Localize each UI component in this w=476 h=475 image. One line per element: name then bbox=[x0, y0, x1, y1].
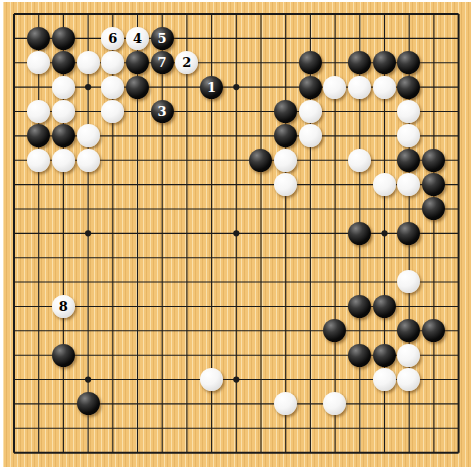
intersection[interactable] bbox=[421, 318, 446, 342]
intersection[interactable] bbox=[446, 148, 471, 172]
intersection[interactable] bbox=[150, 318, 175, 342]
intersection[interactable] bbox=[2, 99, 27, 123]
intersection[interactable] bbox=[51, 197, 76, 221]
intersection[interactable] bbox=[150, 148, 175, 172]
intersection[interactable] bbox=[26, 294, 51, 318]
intersection[interactable] bbox=[397, 294, 422, 318]
intersection[interactable] bbox=[273, 26, 298, 50]
intersection[interactable] bbox=[323, 197, 348, 221]
intersection[interactable] bbox=[273, 2, 298, 26]
intersection[interactable] bbox=[51, 2, 76, 26]
intersection[interactable] bbox=[323, 343, 348, 367]
intersection[interactable] bbox=[446, 318, 471, 342]
intersection[interactable] bbox=[323, 172, 348, 196]
intersection[interactable] bbox=[421, 294, 446, 318]
intersection[interactable] bbox=[372, 172, 397, 196]
intersection[interactable] bbox=[421, 197, 446, 221]
intersection[interactable] bbox=[125, 172, 150, 196]
intersection[interactable] bbox=[199, 172, 224, 196]
intersection[interactable] bbox=[421, 343, 446, 367]
intersection[interactable] bbox=[397, 124, 422, 148]
intersection[interactable] bbox=[249, 221, 274, 245]
intersection[interactable] bbox=[2, 343, 27, 367]
intersection[interactable] bbox=[273, 172, 298, 196]
intersection[interactable] bbox=[372, 221, 397, 245]
intersection[interactable] bbox=[273, 270, 298, 294]
intersection[interactable] bbox=[150, 270, 175, 294]
intersection[interactable] bbox=[298, 75, 323, 99]
intersection[interactable] bbox=[347, 294, 372, 318]
intersection[interactable] bbox=[372, 270, 397, 294]
intersection[interactable] bbox=[76, 270, 101, 294]
intersection[interactable] bbox=[372, 343, 397, 367]
intersection[interactable] bbox=[26, 245, 51, 269]
intersection[interactable] bbox=[273, 392, 298, 416]
intersection[interactable] bbox=[125, 440, 150, 464]
intersection[interactable] bbox=[125, 99, 150, 123]
intersection[interactable] bbox=[323, 26, 348, 50]
intersection[interactable] bbox=[224, 124, 249, 148]
intersection[interactable] bbox=[347, 221, 372, 245]
intersection[interactable] bbox=[125, 124, 150, 148]
intersection[interactable] bbox=[421, 245, 446, 269]
intersection[interactable] bbox=[298, 245, 323, 269]
intersection[interactable] bbox=[249, 148, 274, 172]
intersection[interactable] bbox=[249, 318, 274, 342]
intersection[interactable] bbox=[421, 75, 446, 99]
intersection[interactable] bbox=[446, 416, 471, 440]
intersection[interactable] bbox=[174, 367, 199, 391]
intersection[interactable] bbox=[51, 124, 76, 148]
intersection[interactable] bbox=[397, 26, 422, 50]
intersection[interactable] bbox=[150, 221, 175, 245]
intersection[interactable] bbox=[397, 99, 422, 123]
intersection[interactable] bbox=[273, 343, 298, 367]
intersection[interactable] bbox=[76, 221, 101, 245]
intersection[interactable] bbox=[51, 148, 76, 172]
intersection[interactable] bbox=[2, 392, 27, 416]
intersection[interactable] bbox=[372, 2, 397, 26]
intersection[interactable] bbox=[174, 124, 199, 148]
intersection[interactable] bbox=[100, 99, 125, 123]
intersection[interactable] bbox=[347, 343, 372, 367]
intersection[interactable] bbox=[76, 197, 101, 221]
intersection[interactable] bbox=[26, 197, 51, 221]
intersection[interactable] bbox=[347, 51, 372, 75]
intersection[interactable]: 8 bbox=[51, 294, 76, 318]
intersection[interactable] bbox=[323, 148, 348, 172]
intersection[interactable] bbox=[372, 440, 397, 464]
intersection[interactable] bbox=[249, 270, 274, 294]
intersection[interactable] bbox=[199, 26, 224, 50]
intersection[interactable] bbox=[51, 343, 76, 367]
intersection[interactable] bbox=[150, 416, 175, 440]
intersection[interactable] bbox=[199, 51, 224, 75]
intersection[interactable] bbox=[347, 148, 372, 172]
intersection[interactable] bbox=[100, 221, 125, 245]
intersection[interactable] bbox=[224, 318, 249, 342]
intersection[interactable] bbox=[298, 440, 323, 464]
intersection[interactable] bbox=[199, 221, 224, 245]
intersection[interactable] bbox=[76, 416, 101, 440]
intersection[interactable] bbox=[446, 172, 471, 196]
intersection[interactable] bbox=[2, 318, 27, 342]
intersection[interactable] bbox=[51, 245, 76, 269]
intersection[interactable] bbox=[76, 318, 101, 342]
intersection[interactable] bbox=[150, 392, 175, 416]
intersection[interactable] bbox=[224, 367, 249, 391]
intersection[interactable] bbox=[199, 148, 224, 172]
intersection[interactable] bbox=[2, 75, 27, 99]
intersection[interactable] bbox=[421, 124, 446, 148]
intersection[interactable] bbox=[150, 124, 175, 148]
intersection[interactable] bbox=[100, 392, 125, 416]
intersection[interactable] bbox=[199, 99, 224, 123]
intersection[interactable] bbox=[76, 148, 101, 172]
intersection[interactable] bbox=[125, 245, 150, 269]
intersection[interactable] bbox=[421, 367, 446, 391]
intersection[interactable] bbox=[249, 294, 274, 318]
intersection[interactable] bbox=[76, 124, 101, 148]
intersection[interactable] bbox=[26, 148, 51, 172]
intersection[interactable] bbox=[249, 416, 274, 440]
intersection[interactable] bbox=[273, 294, 298, 318]
intersection[interactable] bbox=[150, 2, 175, 26]
intersection[interactable] bbox=[397, 392, 422, 416]
intersection[interactable] bbox=[446, 367, 471, 391]
intersection[interactable] bbox=[224, 172, 249, 196]
intersection[interactable] bbox=[2, 148, 27, 172]
intersection[interactable] bbox=[2, 367, 27, 391]
intersection[interactable] bbox=[100, 148, 125, 172]
intersection[interactable] bbox=[224, 99, 249, 123]
intersection[interactable] bbox=[100, 245, 125, 269]
intersection[interactable] bbox=[51, 416, 76, 440]
intersection[interactable] bbox=[397, 343, 422, 367]
intersection[interactable] bbox=[26, 440, 51, 464]
intersection[interactable] bbox=[347, 367, 372, 391]
intersection[interactable] bbox=[323, 51, 348, 75]
intersection[interactable] bbox=[26, 26, 51, 50]
intersection[interactable] bbox=[273, 99, 298, 123]
intersection[interactable] bbox=[323, 440, 348, 464]
intersection[interactable] bbox=[397, 2, 422, 26]
intersection[interactable] bbox=[298, 221, 323, 245]
intersection[interactable] bbox=[298, 99, 323, 123]
intersection[interactable] bbox=[2, 270, 27, 294]
intersection[interactable] bbox=[273, 416, 298, 440]
intersection[interactable] bbox=[174, 343, 199, 367]
intersection[interactable] bbox=[249, 2, 274, 26]
intersection[interactable] bbox=[125, 2, 150, 26]
intersection[interactable] bbox=[397, 197, 422, 221]
intersection[interactable] bbox=[323, 221, 348, 245]
intersection[interactable] bbox=[446, 270, 471, 294]
intersection[interactable] bbox=[224, 2, 249, 26]
intersection[interactable] bbox=[347, 26, 372, 50]
intersection[interactable] bbox=[421, 2, 446, 26]
intersection[interactable] bbox=[26, 75, 51, 99]
intersection[interactable] bbox=[249, 51, 274, 75]
intersection[interactable] bbox=[323, 245, 348, 269]
intersection[interactable] bbox=[224, 245, 249, 269]
intersection[interactable] bbox=[298, 294, 323, 318]
intersection[interactable] bbox=[174, 2, 199, 26]
intersection[interactable] bbox=[347, 197, 372, 221]
intersection[interactable] bbox=[224, 51, 249, 75]
intersection[interactable] bbox=[323, 2, 348, 26]
intersection[interactable] bbox=[224, 148, 249, 172]
intersection[interactable] bbox=[372, 51, 397, 75]
intersection[interactable] bbox=[298, 172, 323, 196]
intersection[interactable] bbox=[150, 294, 175, 318]
intersection[interactable] bbox=[298, 416, 323, 440]
intersection[interactable] bbox=[249, 75, 274, 99]
intersection[interactable] bbox=[199, 440, 224, 464]
intersection[interactable] bbox=[26, 318, 51, 342]
intersection[interactable] bbox=[421, 392, 446, 416]
intersection[interactable] bbox=[347, 270, 372, 294]
intersection[interactable] bbox=[372, 26, 397, 50]
intersection[interactable] bbox=[26, 416, 51, 440]
intersection[interactable] bbox=[2, 197, 27, 221]
intersection[interactable] bbox=[397, 318, 422, 342]
intersection[interactable] bbox=[174, 197, 199, 221]
intersection[interactable] bbox=[199, 318, 224, 342]
intersection[interactable] bbox=[2, 172, 27, 196]
intersection[interactable] bbox=[446, 294, 471, 318]
intersection[interactable] bbox=[150, 440, 175, 464]
intersection[interactable] bbox=[298, 2, 323, 26]
intersection[interactable] bbox=[174, 440, 199, 464]
intersection[interactable] bbox=[125, 148, 150, 172]
intersection[interactable] bbox=[125, 416, 150, 440]
intersection[interactable] bbox=[100, 124, 125, 148]
intersection[interactable] bbox=[100, 416, 125, 440]
intersection[interactable] bbox=[26, 343, 51, 367]
intersection[interactable] bbox=[397, 221, 422, 245]
intersection[interactable] bbox=[76, 440, 101, 464]
intersection[interactable] bbox=[199, 197, 224, 221]
intersection[interactable] bbox=[76, 26, 101, 50]
intersection[interactable] bbox=[125, 318, 150, 342]
intersection[interactable] bbox=[273, 367, 298, 391]
intersection[interactable] bbox=[51, 318, 76, 342]
intersection[interactable] bbox=[298, 197, 323, 221]
intersection[interactable] bbox=[224, 416, 249, 440]
intersection[interactable] bbox=[347, 172, 372, 196]
intersection[interactable] bbox=[26, 270, 51, 294]
intersection[interactable] bbox=[100, 172, 125, 196]
intersection[interactable] bbox=[51, 270, 76, 294]
intersection[interactable] bbox=[298, 343, 323, 367]
intersection[interactable] bbox=[100, 2, 125, 26]
intersection[interactable]: 3 bbox=[150, 99, 175, 123]
intersection[interactable] bbox=[76, 294, 101, 318]
intersection[interactable] bbox=[174, 26, 199, 50]
intersection[interactable] bbox=[323, 99, 348, 123]
intersection[interactable] bbox=[2, 221, 27, 245]
intersection[interactable] bbox=[372, 392, 397, 416]
intersection[interactable] bbox=[51, 75, 76, 99]
intersection[interactable] bbox=[199, 245, 224, 269]
intersection[interactable] bbox=[76, 367, 101, 391]
intersection[interactable] bbox=[249, 172, 274, 196]
intersection[interactable] bbox=[150, 367, 175, 391]
intersection[interactable] bbox=[421, 26, 446, 50]
intersection[interactable] bbox=[76, 2, 101, 26]
intersection[interactable] bbox=[174, 221, 199, 245]
intersection[interactable] bbox=[249, 440, 274, 464]
intersection[interactable] bbox=[347, 2, 372, 26]
intersection[interactable] bbox=[249, 197, 274, 221]
intersection[interactable] bbox=[347, 392, 372, 416]
intersection[interactable] bbox=[347, 440, 372, 464]
intersection[interactable] bbox=[51, 440, 76, 464]
intersection[interactable] bbox=[26, 221, 51, 245]
intersection[interactable] bbox=[446, 392, 471, 416]
intersection[interactable] bbox=[446, 245, 471, 269]
intersection[interactable] bbox=[224, 26, 249, 50]
intersection[interactable] bbox=[323, 318, 348, 342]
intersection[interactable] bbox=[421, 148, 446, 172]
intersection[interactable] bbox=[199, 2, 224, 26]
intersection[interactable]: 7 bbox=[150, 51, 175, 75]
intersection[interactable] bbox=[100, 440, 125, 464]
intersection[interactable] bbox=[2, 26, 27, 50]
intersection[interactable] bbox=[51, 392, 76, 416]
intersection[interactable] bbox=[100, 75, 125, 99]
intersection[interactable] bbox=[323, 392, 348, 416]
intersection[interactable] bbox=[150, 75, 175, 99]
intersection[interactable] bbox=[323, 75, 348, 99]
intersection[interactable] bbox=[421, 440, 446, 464]
intersection[interactable] bbox=[224, 392, 249, 416]
intersection[interactable] bbox=[446, 51, 471, 75]
intersection[interactable] bbox=[397, 416, 422, 440]
intersection[interactable] bbox=[76, 172, 101, 196]
intersection[interactable] bbox=[174, 75, 199, 99]
intersection[interactable] bbox=[2, 245, 27, 269]
intersection[interactable] bbox=[174, 294, 199, 318]
intersection[interactable] bbox=[125, 270, 150, 294]
intersection[interactable] bbox=[51, 26, 76, 50]
intersection[interactable] bbox=[2, 51, 27, 75]
intersection[interactable] bbox=[397, 172, 422, 196]
intersection[interactable] bbox=[249, 26, 274, 50]
intersection[interactable] bbox=[125, 75, 150, 99]
intersection[interactable] bbox=[51, 51, 76, 75]
intersection[interactable] bbox=[273, 75, 298, 99]
intersection[interactable] bbox=[125, 51, 150, 75]
intersection[interactable] bbox=[174, 392, 199, 416]
intersection[interactable] bbox=[150, 197, 175, 221]
intersection[interactable] bbox=[26, 99, 51, 123]
intersection[interactable] bbox=[125, 197, 150, 221]
intersection[interactable] bbox=[26, 51, 51, 75]
intersection[interactable] bbox=[249, 392, 274, 416]
intersection[interactable] bbox=[174, 318, 199, 342]
intersection[interactable] bbox=[446, 221, 471, 245]
intersection[interactable] bbox=[273, 318, 298, 342]
intersection[interactable] bbox=[100, 270, 125, 294]
intersection[interactable] bbox=[273, 440, 298, 464]
intersection[interactable] bbox=[446, 26, 471, 50]
intersection[interactable] bbox=[298, 367, 323, 391]
intersection[interactable] bbox=[174, 270, 199, 294]
intersection[interactable] bbox=[76, 392, 101, 416]
intersection[interactable] bbox=[150, 343, 175, 367]
intersection[interactable] bbox=[100, 367, 125, 391]
intersection[interactable] bbox=[2, 294, 27, 318]
intersection[interactable] bbox=[298, 148, 323, 172]
intersection[interactable] bbox=[224, 197, 249, 221]
intersection[interactable] bbox=[347, 245, 372, 269]
intersection[interactable] bbox=[224, 75, 249, 99]
intersection[interactable] bbox=[397, 270, 422, 294]
intersection[interactable] bbox=[298, 26, 323, 50]
intersection[interactable] bbox=[347, 318, 372, 342]
intersection[interactable] bbox=[273, 245, 298, 269]
intersection[interactable] bbox=[51, 221, 76, 245]
intersection[interactable] bbox=[372, 148, 397, 172]
intersection[interactable] bbox=[199, 367, 224, 391]
intersection[interactable] bbox=[372, 294, 397, 318]
intersection[interactable] bbox=[150, 245, 175, 269]
intersection[interactable] bbox=[347, 416, 372, 440]
intersection[interactable] bbox=[100, 318, 125, 342]
intersection[interactable] bbox=[26, 124, 51, 148]
intersection[interactable] bbox=[174, 416, 199, 440]
intersection[interactable] bbox=[199, 392, 224, 416]
intersection[interactable] bbox=[298, 124, 323, 148]
intersection[interactable] bbox=[249, 343, 274, 367]
intersection[interactable] bbox=[100, 343, 125, 367]
intersection[interactable] bbox=[273, 197, 298, 221]
intersection[interactable] bbox=[446, 440, 471, 464]
intersection[interactable] bbox=[125, 392, 150, 416]
intersection[interactable]: 6 bbox=[100, 26, 125, 50]
intersection[interactable] bbox=[421, 51, 446, 75]
intersection[interactable] bbox=[421, 99, 446, 123]
intersection[interactable] bbox=[2, 416, 27, 440]
intersection[interactable] bbox=[372, 99, 397, 123]
intersection[interactable] bbox=[249, 245, 274, 269]
intersection[interactable] bbox=[2, 124, 27, 148]
intersection[interactable] bbox=[323, 416, 348, 440]
intersection[interactable] bbox=[323, 367, 348, 391]
intersection[interactable] bbox=[372, 75, 397, 99]
intersection[interactable] bbox=[224, 221, 249, 245]
intersection[interactable] bbox=[224, 343, 249, 367]
intersection[interactable] bbox=[199, 343, 224, 367]
intersection[interactable] bbox=[397, 51, 422, 75]
intersection[interactable] bbox=[298, 392, 323, 416]
intersection[interactable] bbox=[372, 197, 397, 221]
intersection[interactable] bbox=[446, 197, 471, 221]
intersection[interactable] bbox=[174, 99, 199, 123]
intersection[interactable] bbox=[174, 172, 199, 196]
intersection[interactable] bbox=[2, 440, 27, 464]
intersection[interactable] bbox=[273, 124, 298, 148]
intersection[interactable] bbox=[397, 245, 422, 269]
intersection[interactable] bbox=[100, 294, 125, 318]
intersection[interactable] bbox=[446, 124, 471, 148]
intersection[interactable]: 4 bbox=[125, 26, 150, 50]
intersection[interactable] bbox=[100, 197, 125, 221]
intersection[interactable] bbox=[323, 294, 348, 318]
intersection[interactable] bbox=[76, 343, 101, 367]
